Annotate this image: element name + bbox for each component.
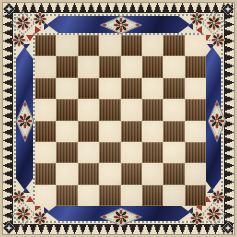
square-e1[interactable] (121, 185, 142, 206)
square-b8[interactable] (56, 35, 77, 56)
square-b5[interactable] (56, 99, 77, 120)
square-e3[interactable] (121, 142, 142, 163)
square-d7[interactable] (99, 56, 120, 77)
square-a8[interactable] (35, 35, 56, 56)
square-c6[interactable] (78, 78, 99, 99)
square-g1[interactable] (163, 185, 184, 206)
square-e6[interactable] (121, 78, 142, 99)
square-f7[interactable] (142, 56, 163, 77)
square-h8[interactable] (185, 35, 206, 56)
square-g4[interactable] (163, 121, 184, 142)
square-a1[interactable] (35, 185, 56, 206)
square-d6[interactable] (99, 78, 120, 99)
square-c4[interactable] (78, 121, 99, 142)
square-h1[interactable] (185, 185, 206, 206)
square-f3[interactable] (142, 142, 163, 163)
square-a3[interactable] (35, 142, 56, 163)
square-g2[interactable] (163, 163, 184, 184)
square-b6[interactable] (56, 78, 77, 99)
square-g3[interactable] (163, 142, 184, 163)
square-h2[interactable] (185, 163, 206, 184)
square-d2[interactable] (99, 163, 120, 184)
square-b7[interactable] (56, 56, 77, 77)
square-g7[interactable] (163, 56, 184, 77)
square-e5[interactable] (121, 99, 142, 120)
square-h3[interactable] (185, 142, 206, 163)
square-f6[interactable] (142, 78, 163, 99)
square-h7[interactable] (185, 56, 206, 77)
square-f4[interactable] (142, 121, 163, 142)
medallion-star-top (99, 15, 143, 35)
square-e2[interactable] (121, 163, 142, 184)
square-e4[interactable] (121, 121, 142, 142)
medallion-star-right (207, 99, 227, 143)
square-c8[interactable] (78, 35, 99, 56)
square-f2[interactable] (142, 163, 163, 184)
square-a6[interactable] (35, 78, 56, 99)
medallion-star-left (15, 99, 35, 143)
square-a5[interactable] (35, 99, 56, 120)
square-f1[interactable] (142, 185, 163, 206)
square-c3[interactable] (78, 142, 99, 163)
medallion-star-bottom (99, 207, 143, 227)
square-e7[interactable] (121, 56, 142, 77)
square-d4[interactable] (99, 121, 120, 142)
square-g8[interactable] (163, 35, 184, 56)
square-d8[interactable] (99, 35, 120, 56)
square-f5[interactable] (142, 99, 163, 120)
playing-grid (35, 35, 206, 206)
square-d3[interactable] (99, 142, 120, 163)
chessboard (0, 0, 237, 237)
square-c1[interactable] (78, 185, 99, 206)
square-h5[interactable] (185, 99, 206, 120)
square-b3[interactable] (56, 142, 77, 163)
square-a2[interactable] (35, 163, 56, 184)
square-e8[interactable] (121, 35, 142, 56)
square-b4[interactable] (56, 121, 77, 142)
square-b2[interactable] (56, 163, 77, 184)
square-h4[interactable] (185, 121, 206, 142)
square-a7[interactable] (35, 56, 56, 77)
square-g6[interactable] (163, 78, 184, 99)
square-c7[interactable] (78, 56, 99, 77)
square-d1[interactable] (99, 185, 120, 206)
square-c5[interactable] (78, 99, 99, 120)
square-c2[interactable] (78, 163, 99, 184)
square-a4[interactable] (35, 121, 56, 142)
square-d5[interactable] (99, 99, 120, 120)
square-h6[interactable] (185, 78, 206, 99)
square-g5[interactable] (163, 99, 184, 120)
square-f8[interactable] (142, 35, 163, 56)
square-b1[interactable] (56, 185, 77, 206)
